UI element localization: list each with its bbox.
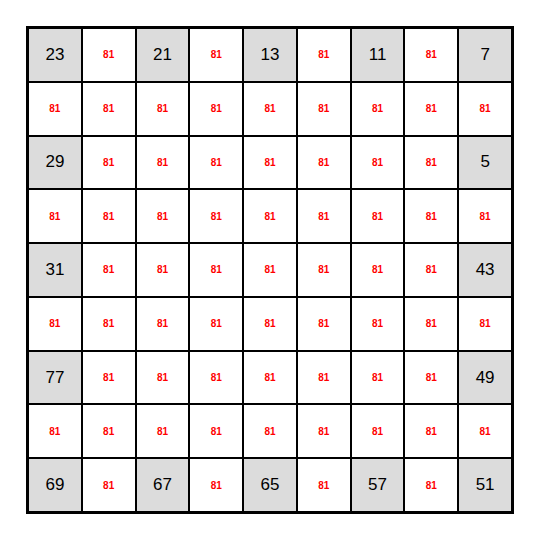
- candidate-cell-r2c6[interactable]: 81: [298, 83, 350, 135]
- candidate-cell-r3c8[interactable]: 81: [405, 137, 457, 189]
- candidate-cell-r2c2[interactable]: 81: [83, 83, 135, 135]
- clue-cell-r3c9: 5: [459, 137, 511, 189]
- candidate-cell-r5c6[interactable]: 81: [298, 244, 350, 296]
- candidate-cell-r5c3[interactable]: 81: [137, 244, 189, 296]
- candidate-cell-r9c4[interactable]: 81: [190, 459, 242, 511]
- candidate-cell-r9c6[interactable]: 81: [298, 459, 350, 511]
- candidate-cell-r4c9[interactable]: 81: [459, 190, 511, 242]
- candidate-cell-r5c8[interactable]: 81: [405, 244, 457, 296]
- candidate-cell-r6c5[interactable]: 81: [244, 298, 296, 350]
- candidate-cell-r3c5[interactable]: 81: [244, 137, 296, 189]
- clue-cell-r9c7: 57: [352, 459, 404, 511]
- candidate-cell-r4c3[interactable]: 81: [137, 190, 189, 242]
- candidate-cell-r8c5[interactable]: 81: [244, 405, 296, 457]
- candidate-cell-r8c3[interactable]: 81: [137, 405, 189, 457]
- candidate-cell-r8c2[interactable]: 81: [83, 405, 135, 457]
- candidate-cell-r7c3[interactable]: 81: [137, 352, 189, 404]
- clue-cell-r7c1: 77: [29, 352, 81, 404]
- candidate-cell-r8c4[interactable]: 81: [190, 405, 242, 457]
- candidate-cell-r8c7[interactable]: 81: [352, 405, 404, 457]
- candidate-cell-r8c1[interactable]: 81: [29, 405, 81, 457]
- clue-cell-r9c9: 51: [459, 459, 511, 511]
- candidate-cell-r2c8[interactable]: 81: [405, 83, 457, 135]
- candidate-cell-r6c4[interactable]: 81: [190, 298, 242, 350]
- clue-cell-r1c5: 13: [244, 29, 296, 81]
- candidate-cell-r7c2[interactable]: 81: [83, 352, 135, 404]
- candidate-cell-r4c5[interactable]: 81: [244, 190, 296, 242]
- candidate-cell-r2c5[interactable]: 81: [244, 83, 296, 135]
- clue-cell-r1c1: 23: [29, 29, 81, 81]
- candidate-cell-r3c2[interactable]: 81: [83, 137, 135, 189]
- candidate-cell-r2c7[interactable]: 81: [352, 83, 404, 135]
- candidate-cell-r6c8[interactable]: 81: [405, 298, 457, 350]
- candidate-cell-r4c4[interactable]: 81: [190, 190, 242, 242]
- candidate-cell-r5c2[interactable]: 81: [83, 244, 135, 296]
- candidate-cell-r5c4[interactable]: 81: [190, 244, 242, 296]
- candidate-cell-r1c8[interactable]: 81: [405, 29, 457, 81]
- candidate-cell-r4c1[interactable]: 81: [29, 190, 81, 242]
- candidate-cell-r4c2[interactable]: 81: [83, 190, 135, 242]
- clue-cell-r7c9: 49: [459, 352, 511, 404]
- candidate-cell-r7c6[interactable]: 81: [298, 352, 350, 404]
- candidate-cell-r6c3[interactable]: 81: [137, 298, 189, 350]
- clue-cell-r5c9: 43: [459, 244, 511, 296]
- candidate-cell-r3c7[interactable]: 81: [352, 137, 404, 189]
- candidate-cell-r9c2[interactable]: 81: [83, 459, 135, 511]
- candidate-cell-r8c9[interactable]: 81: [459, 405, 511, 457]
- candidate-cell-r6c6[interactable]: 81: [298, 298, 350, 350]
- candidate-cell-r2c9[interactable]: 81: [459, 83, 511, 135]
- numbrix-board: 2381218113811181781818181818181818129818…: [26, 26, 514, 514]
- candidate-cell-r2c1[interactable]: 81: [29, 83, 81, 135]
- candidate-cell-r6c7[interactable]: 81: [352, 298, 404, 350]
- candidate-cell-r4c7[interactable]: 81: [352, 190, 404, 242]
- candidate-cell-r4c6[interactable]: 81: [298, 190, 350, 242]
- clue-cell-r3c1: 29: [29, 137, 81, 189]
- candidate-cell-r6c9[interactable]: 81: [459, 298, 511, 350]
- candidate-cell-r3c6[interactable]: 81: [298, 137, 350, 189]
- candidate-cell-r6c1[interactable]: 81: [29, 298, 81, 350]
- candidate-cell-r1c2[interactable]: 81: [83, 29, 135, 81]
- candidate-cell-r2c3[interactable]: 81: [137, 83, 189, 135]
- candidate-cell-r7c8[interactable]: 81: [405, 352, 457, 404]
- candidate-cell-r7c4[interactable]: 81: [190, 352, 242, 404]
- clue-cell-r9c3: 67: [137, 459, 189, 511]
- clue-cell-r1c3: 21: [137, 29, 189, 81]
- clue-cell-r9c5: 65: [244, 459, 296, 511]
- candidate-cell-r1c4[interactable]: 81: [190, 29, 242, 81]
- clue-cell-r1c7: 11: [352, 29, 404, 81]
- candidate-cell-r4c8[interactable]: 81: [405, 190, 457, 242]
- clue-cell-r5c1: 31: [29, 244, 81, 296]
- candidate-cell-r8c8[interactable]: 81: [405, 405, 457, 457]
- candidate-cell-r1c6[interactable]: 81: [298, 29, 350, 81]
- candidate-cell-r9c8[interactable]: 81: [405, 459, 457, 511]
- candidate-cell-r5c5[interactable]: 81: [244, 244, 296, 296]
- candidate-cell-r5c7[interactable]: 81: [352, 244, 404, 296]
- candidate-cell-r3c3[interactable]: 81: [137, 137, 189, 189]
- clue-cell-r9c1: 69: [29, 459, 81, 511]
- candidate-cell-r8c6[interactable]: 81: [298, 405, 350, 457]
- candidate-cell-r7c7[interactable]: 81: [352, 352, 404, 404]
- candidate-cell-r2c4[interactable]: 81: [190, 83, 242, 135]
- candidate-cell-r7c5[interactable]: 81: [244, 352, 296, 404]
- clue-cell-r1c9: 7: [459, 29, 511, 81]
- candidate-cell-r3c4[interactable]: 81: [190, 137, 242, 189]
- candidate-cell-r6c2[interactable]: 81: [83, 298, 135, 350]
